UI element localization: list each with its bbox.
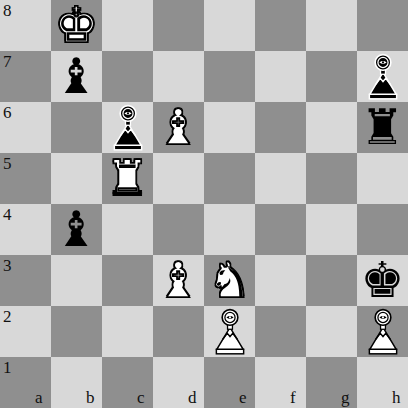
square-f3[interactable] bbox=[255, 255, 306, 306]
square-d8[interactable] bbox=[153, 0, 204, 51]
piece-white-rook[interactable]: ♜ bbox=[102, 153, 153, 204]
square-e5[interactable] bbox=[204, 153, 255, 204]
square-e1[interactable] bbox=[204, 357, 255, 408]
square-h8[interactable] bbox=[357, 0, 408, 51]
square-h6[interactable]: ♜ bbox=[357, 102, 408, 153]
square-a5[interactable] bbox=[0, 153, 51, 204]
square-g7[interactable] bbox=[306, 51, 357, 102]
square-b6[interactable] bbox=[51, 102, 102, 153]
square-e8[interactable] bbox=[204, 0, 255, 51]
square-g8[interactable] bbox=[306, 0, 357, 51]
piece-black-king[interactable]: ♚ bbox=[357, 255, 408, 306]
square-a8[interactable] bbox=[0, 0, 51, 51]
square-d3[interactable]: ♝ bbox=[153, 255, 204, 306]
piece-white-king[interactable]: ♚ bbox=[51, 0, 102, 51]
square-g1[interactable] bbox=[306, 357, 357, 408]
square-e6[interactable] bbox=[204, 102, 255, 153]
square-g4[interactable] bbox=[306, 204, 357, 255]
square-g6[interactable] bbox=[306, 102, 357, 153]
square-d6[interactable]: ♝ bbox=[153, 102, 204, 153]
square-a7[interactable] bbox=[0, 51, 51, 102]
square-a4[interactable] bbox=[0, 204, 51, 255]
square-c8[interactable] bbox=[102, 0, 153, 51]
square-e4[interactable] bbox=[204, 204, 255, 255]
square-h2[interactable] bbox=[357, 306, 408, 357]
square-c1[interactable] bbox=[102, 357, 153, 408]
square-c7[interactable] bbox=[102, 51, 153, 102]
square-d5[interactable] bbox=[153, 153, 204, 204]
piece-white-knight[interactable]: ♞ bbox=[204, 255, 255, 306]
square-h4[interactable] bbox=[357, 204, 408, 255]
square-d2[interactable] bbox=[153, 306, 204, 357]
chess-board: ♚♝♝♜♜♝♝♞♚87654321abcdefgh bbox=[0, 0, 408, 408]
square-g3[interactable] bbox=[306, 255, 357, 306]
square-b5[interactable] bbox=[51, 153, 102, 204]
square-h5[interactable] bbox=[357, 153, 408, 204]
square-f8[interactable] bbox=[255, 0, 306, 51]
square-d7[interactable] bbox=[153, 51, 204, 102]
square-b2[interactable] bbox=[51, 306, 102, 357]
square-d1[interactable] bbox=[153, 357, 204, 408]
square-e2[interactable] bbox=[204, 306, 255, 357]
square-g2[interactable] bbox=[306, 306, 357, 357]
square-f6[interactable] bbox=[255, 102, 306, 153]
piece-white-bishop[interactable]: ♝ bbox=[153, 255, 204, 306]
square-a2[interactable] bbox=[0, 306, 51, 357]
square-a1[interactable] bbox=[0, 357, 51, 408]
square-b4[interactable]: ♝ bbox=[51, 204, 102, 255]
square-d4[interactable] bbox=[153, 204, 204, 255]
square-e7[interactable] bbox=[204, 51, 255, 102]
piece-black-cannon[interactable] bbox=[357, 51, 408, 102]
square-f4[interactable] bbox=[255, 204, 306, 255]
piece-black-bishop[interactable]: ♝ bbox=[51, 51, 102, 102]
square-h1[interactable] bbox=[357, 357, 408, 408]
square-b1[interactable] bbox=[51, 357, 102, 408]
square-c4[interactable] bbox=[102, 204, 153, 255]
square-f1[interactable] bbox=[255, 357, 306, 408]
square-e3[interactable]: ♞ bbox=[204, 255, 255, 306]
square-b7[interactable]: ♝ bbox=[51, 51, 102, 102]
piece-black-cannon[interactable] bbox=[102, 102, 153, 153]
square-c5[interactable]: ♜ bbox=[102, 153, 153, 204]
square-b3[interactable] bbox=[51, 255, 102, 306]
square-a6[interactable] bbox=[0, 102, 51, 153]
square-c6[interactable] bbox=[102, 102, 153, 153]
square-c3[interactable] bbox=[102, 255, 153, 306]
square-c2[interactable] bbox=[102, 306, 153, 357]
piece-black-rook[interactable]: ♜ bbox=[357, 102, 408, 153]
square-f5[interactable] bbox=[255, 153, 306, 204]
piece-white-cannon[interactable] bbox=[204, 306, 255, 357]
piece-black-bishop[interactable]: ♝ bbox=[51, 204, 102, 255]
square-g5[interactable] bbox=[306, 153, 357, 204]
square-f2[interactable] bbox=[255, 306, 306, 357]
square-f7[interactable] bbox=[255, 51, 306, 102]
piece-white-bishop[interactable]: ♝ bbox=[153, 102, 204, 153]
piece-white-cannon[interactable] bbox=[357, 306, 408, 357]
square-h3[interactable]: ♚ bbox=[357, 255, 408, 306]
square-a3[interactable] bbox=[0, 255, 51, 306]
square-h7[interactable] bbox=[357, 51, 408, 102]
square-b8[interactable]: ♚ bbox=[51, 0, 102, 51]
